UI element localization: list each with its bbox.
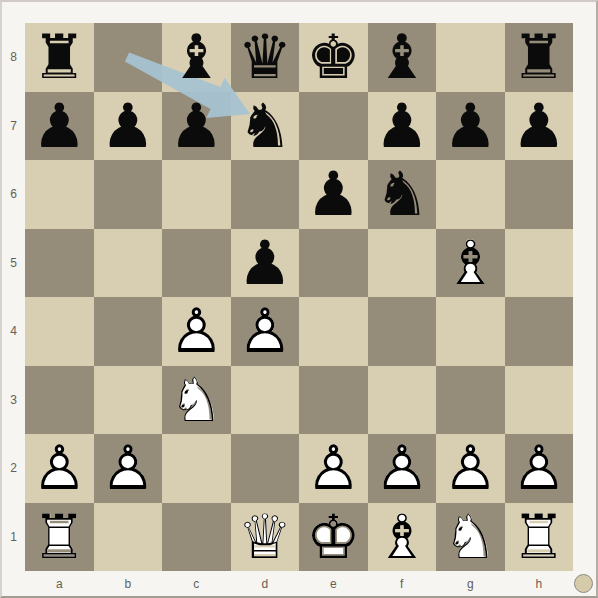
piece-black-rook[interactable]: ♜ (25, 23, 93, 91)
rank-label-2: 2 (2, 434, 25, 503)
piece-white-bishop[interactable]: ♝♗ (368, 503, 436, 571)
piece-black-knight[interactable]: ♞ (368, 160, 436, 228)
square-h7[interactable]: ♟ (505, 92, 574, 161)
chess-board: ♜♝♛♚♝♜♟♟♟♞♟♟♟♟♞♟♝♗♟♙♟♙♞♘♟♙♟♙♟♙♟♙♟♙♟♙♜♖♛♕… (25, 23, 573, 571)
chess-board-widget: 87654321 ♜♝♛♚♝♜♟♟♟♞♟♟♟♟♞♟♝♗♟♙♟♙♞♘♟♙♟♙♟♙♟… (0, 0, 598, 598)
square-a8[interactable]: ♜ (25, 23, 94, 92)
piece-white-king[interactable]: ♚♔ (299, 503, 367, 571)
square-c6[interactable] (162, 160, 231, 229)
square-g4[interactable] (436, 297, 505, 366)
square-b7[interactable]: ♟ (94, 92, 163, 161)
file-label-f: f (368, 572, 437, 596)
piece-black-pawn[interactable]: ♟ (231, 229, 299, 297)
square-h5[interactable] (505, 229, 574, 298)
square-d4[interactable]: ♟♙ (231, 297, 300, 366)
rank-label-4: 4 (2, 297, 25, 366)
square-e6[interactable]: ♟ (299, 160, 368, 229)
square-c3[interactable]: ♞♘ (162, 366, 231, 435)
piece-black-pawn[interactable]: ♟ (299, 160, 367, 228)
piece-white-rook[interactable]: ♜♖ (505, 503, 573, 571)
square-b8[interactable] (94, 23, 163, 92)
square-f4[interactable] (368, 297, 437, 366)
piece-white-pawn[interactable]: ♟♙ (25, 434, 93, 502)
square-h6[interactable] (505, 160, 574, 229)
square-d2[interactable] (231, 434, 300, 503)
piece-black-pawn[interactable]: ♟ (505, 92, 573, 160)
piece-black-bishop[interactable]: ♝ (368, 23, 436, 91)
piece-white-pawn[interactable]: ♟♙ (368, 434, 436, 502)
piece-glyph-outline: ♕ (231, 503, 299, 571)
piece-black-pawn[interactable]: ♟ (25, 92, 93, 160)
piece-white-pawn[interactable]: ♟♙ (162, 297, 230, 365)
file-label-c: c (162, 572, 231, 596)
piece-glyph-outline: ♙ (94, 434, 162, 502)
file-label-h: h (505, 572, 574, 596)
piece-glyph-outline: ♘ (436, 503, 504, 571)
square-f1[interactable]: ♝♗ (368, 503, 437, 572)
file-labels: abcdefgh (25, 572, 573, 596)
square-g5[interactable]: ♝♗ (436, 229, 505, 298)
square-c7[interactable]: ♟ (162, 92, 231, 161)
piece-glyph-outline: ♘ (162, 366, 230, 434)
piece-glyph-outline: ♗ (368, 503, 436, 571)
square-g8[interactable] (436, 23, 505, 92)
square-c1[interactable] (162, 503, 231, 572)
square-e5[interactable] (299, 229, 368, 298)
square-h1[interactable]: ♜♖ (505, 503, 574, 572)
square-b3[interactable] (94, 366, 163, 435)
square-g6[interactable] (436, 160, 505, 229)
square-d7[interactable]: ♞ (231, 92, 300, 161)
square-h4[interactable] (505, 297, 574, 366)
square-g2[interactable]: ♟♙ (436, 434, 505, 503)
rank-label-1: 1 (2, 503, 25, 572)
file-label-b: b (94, 572, 163, 596)
square-a7[interactable]: ♟ (25, 92, 94, 161)
square-c8[interactable]: ♝ (162, 23, 231, 92)
piece-glyph-outline: ♗ (436, 229, 504, 297)
square-g7[interactable]: ♟ (436, 92, 505, 161)
rank-label-7: 7 (2, 92, 25, 161)
piece-black-pawn[interactable]: ♟ (436, 92, 504, 160)
square-f7[interactable]: ♟ (368, 92, 437, 161)
piece-glyph-outline: ♔ (299, 503, 367, 571)
square-f8[interactable]: ♝ (368, 23, 437, 92)
file-label-e: e (299, 572, 368, 596)
square-d8[interactable]: ♛ (231, 23, 300, 92)
square-c4[interactable]: ♟♙ (162, 297, 231, 366)
square-e8[interactable]: ♚ (299, 23, 368, 92)
rank-label-3: 3 (2, 366, 25, 435)
square-b4[interactable] (94, 297, 163, 366)
piece-white-pawn[interactable]: ♟♙ (299, 434, 367, 502)
square-c2[interactable] (162, 434, 231, 503)
piece-white-bishop[interactable]: ♝♗ (436, 229, 504, 297)
square-a4[interactable] (25, 297, 94, 366)
file-label-a: a (25, 572, 94, 596)
square-c5[interactable] (162, 229, 231, 298)
square-d3[interactable] (231, 366, 300, 435)
square-h2[interactable]: ♟♙ (505, 434, 574, 503)
piece-black-rook[interactable]: ♜ (505, 23, 573, 91)
square-e1[interactable]: ♚♔ (299, 503, 368, 572)
square-g3[interactable] (436, 366, 505, 435)
square-h8[interactable]: ♜ (505, 23, 574, 92)
square-d1[interactable]: ♛♕ (231, 503, 300, 572)
piece-glyph-outline: ♙ (436, 434, 504, 502)
corner-dot[interactable] (574, 574, 593, 593)
piece-black-bishop[interactable]: ♝ (162, 23, 230, 91)
square-b5[interactable] (94, 229, 163, 298)
piece-black-king[interactable]: ♚ (299, 23, 367, 91)
piece-glyph-outline: ♙ (505, 434, 573, 502)
piece-black-pawn[interactable]: ♟ (94, 92, 162, 160)
piece-white-pawn[interactable]: ♟♙ (436, 434, 504, 502)
piece-black-queen[interactable]: ♛ (231, 23, 299, 91)
square-d5[interactable]: ♟ (231, 229, 300, 298)
square-e7[interactable] (299, 92, 368, 161)
piece-glyph-outline: ♙ (231, 297, 299, 365)
square-b1[interactable] (94, 503, 163, 572)
square-d6[interactable] (231, 160, 300, 229)
piece-white-knight[interactable]: ♞♘ (436, 503, 504, 571)
square-e3[interactable] (299, 366, 368, 435)
file-label-g: g (436, 572, 505, 596)
piece-white-pawn[interactable]: ♟♙ (94, 434, 162, 502)
square-f3[interactable] (368, 366, 437, 435)
square-f2[interactable]: ♟♙ (368, 434, 437, 503)
file-label-d: d (231, 572, 300, 596)
piece-glyph-outline: ♖ (505, 503, 573, 571)
square-b6[interactable] (94, 160, 163, 229)
piece-glyph-outline: ♙ (368, 434, 436, 502)
rank-labels: 87654321 (2, 23, 25, 571)
piece-glyph-outline: ♙ (162, 297, 230, 365)
piece-white-knight[interactable]: ♞♘ (162, 366, 230, 434)
square-f6[interactable]: ♞ (368, 160, 437, 229)
square-a3[interactable] (25, 366, 94, 435)
piece-white-pawn[interactable]: ♟♙ (505, 434, 573, 502)
piece-glyph-outline: ♙ (299, 434, 367, 502)
rank-label-8: 8 (2, 23, 25, 92)
piece-black-pawn[interactable]: ♟ (368, 92, 436, 160)
piece-white-rook[interactable]: ♜♖ (25, 503, 93, 571)
square-a5[interactable] (25, 229, 94, 298)
square-a1[interactable]: ♜♖ (25, 503, 94, 572)
square-g1[interactable]: ♞♘ (436, 503, 505, 572)
piece-glyph-outline: ♖ (25, 503, 93, 571)
piece-white-pawn[interactable]: ♟♙ (231, 297, 299, 365)
square-a2[interactable]: ♟♙ (25, 434, 94, 503)
square-h3[interactable] (505, 366, 574, 435)
rank-label-5: 5 (2, 229, 25, 298)
square-e4[interactable] (299, 297, 368, 366)
piece-black-knight[interactable]: ♞ (231, 92, 299, 160)
piece-glyph-outline: ♙ (25, 434, 93, 502)
square-e2[interactable]: ♟♙ (299, 434, 368, 503)
square-f5[interactable] (368, 229, 437, 298)
square-b2[interactable]: ♟♙ (94, 434, 163, 503)
piece-black-pawn[interactable]: ♟ (162, 92, 230, 160)
piece-white-queen[interactable]: ♛♕ (231, 503, 299, 571)
rank-label-6: 6 (2, 160, 25, 229)
square-a6[interactable] (25, 160, 94, 229)
